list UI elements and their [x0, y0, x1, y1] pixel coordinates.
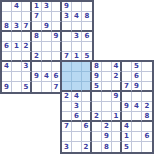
- g2-cell-r0c2[interactable]: [82, 62, 92, 72]
- g1-cell-r4c0[interactable]: 6: [2, 42, 12, 52]
- g2-cell-r1c8[interactable]: [142, 72, 152, 82]
- g1-cell-r1c1[interactable]: [12, 12, 22, 22]
- g2-cell-r8c7[interactable]: [132, 142, 142, 152]
- g1-cell-r2c1[interactable]: 3: [12, 22, 22, 32]
- g2-cell-r5c8[interactable]: 8: [142, 112, 152, 122]
- g2-cell-r8c2[interactable]: 2: [82, 142, 92, 152]
- g2-cell-r4c1[interactable]: 3: [72, 102, 82, 112]
- g1-cell-r4c7[interactable]: [72, 42, 82, 52]
- g2-cell-r5c4[interactable]: [102, 112, 112, 122]
- g2-cell-r2c8[interactable]: [142, 82, 152, 92]
- g2-cell-r0c0[interactable]: [62, 62, 72, 72]
- g1-cell-r8c4[interactable]: [42, 82, 52, 92]
- g2-cell-r7c5[interactable]: [112, 132, 122, 142]
- g2-cell-r7c7[interactable]: [132, 132, 142, 142]
- g1-cell-r7c3[interactable]: 9: [32, 72, 42, 82]
- g1-cell-r1c0[interactable]: [2, 12, 12, 22]
- g1-cell-r8c0[interactable]: 9: [2, 82, 12, 92]
- g2-cell-r0c7[interactable]: 5: [132, 62, 142, 72]
- g2-cell-r4c7[interactable]: 4: [132, 102, 142, 112]
- g2-cell-r7c2[interactable]: [82, 132, 92, 142]
- g1-cell-r3c8[interactable]: 6: [82, 32, 92, 42]
- g1-cell-r1c3[interactable]: 7: [32, 12, 42, 22]
- g2-cell-r0c4[interactable]: [102, 62, 112, 72]
- g2-cell-r2c5[interactable]: [112, 82, 122, 92]
- g1-cell-r1c6[interactable]: 3: [62, 12, 72, 22]
- g2-cell-r5c7[interactable]: [132, 112, 142, 122]
- g2-cell-r5c3[interactable]: 2: [92, 112, 102, 122]
- g2-cell-r0c6[interactable]: [122, 62, 132, 72]
- g1-cell-r0c0[interactable]: [2, 2, 12, 12]
- g1-cell-r4c8[interactable]: [82, 42, 92, 52]
- g2-cell-r6c1[interactable]: [72, 122, 82, 132]
- g1-cell-r2c7[interactable]: [72, 22, 82, 32]
- g1-cell-r0c2[interactable]: [22, 2, 32, 12]
- g1-cell-r0c5[interactable]: [52, 2, 62, 12]
- g1-cell-r1c7[interactable]: 4: [72, 12, 82, 22]
- sudoku-puzzle-page: 4139734883798936612271543946957 84592657…: [0, 0, 154, 154]
- g1-cell-r6c0[interactable]: 4: [2, 62, 12, 72]
- g2-cell-r8c4[interactable]: 8: [102, 142, 112, 152]
- g2-cell-r0c8[interactable]: [142, 62, 152, 72]
- sudoku-grid-bottom-right: 8459265792493942621876249163285: [60, 60, 154, 154]
- g1-cell-r0c1[interactable]: 4: [12, 2, 22, 12]
- g1-cell-r6c2[interactable]: 3: [22, 62, 32, 72]
- g1-cell-r3c7[interactable]: 3: [72, 32, 82, 42]
- g1-cell-r3c3[interactable]: 8: [32, 32, 42, 42]
- g2-cell-r3c0[interactable]: 2: [62, 92, 72, 102]
- g1-cell-r6c1[interactable]: [12, 62, 22, 72]
- g1-cell-r3c6[interactable]: [62, 32, 72, 42]
- g2-cell-r2c3[interactable]: 5: [92, 82, 102, 92]
- g2-cell-r2c7[interactable]: 9: [132, 82, 142, 92]
- g1-cell-r8c2[interactable]: 5: [22, 82, 32, 92]
- g1-cell-r0c7[interactable]: [72, 2, 82, 12]
- g1-cell-r4c5[interactable]: [52, 42, 62, 52]
- g1-cell-r7c0[interactable]: [2, 72, 12, 82]
- g1-cell-r7c1[interactable]: [12, 72, 22, 82]
- g1-cell-r2c0[interactable]: 8: [2, 22, 12, 32]
- g1-cell-r1c2[interactable]: [22, 12, 32, 22]
- g2-cell-r8c0[interactable]: 3: [62, 142, 72, 152]
- g1-cell-r1c4[interactable]: [42, 12, 52, 22]
- g2-cell-r2c2[interactable]: [82, 82, 92, 92]
- g2-cell-r3c6[interactable]: [122, 92, 132, 102]
- g2-cell-r8c3[interactable]: [92, 142, 102, 152]
- g1-cell-r3c2[interactable]: [22, 32, 32, 42]
- g2-cell-r6c7[interactable]: [132, 122, 142, 132]
- g1-cell-r1c5[interactable]: [52, 12, 62, 22]
- g1-cell-r0c6[interactable]: 9: [62, 2, 72, 12]
- g2-cell-r3c5[interactable]: 9: [112, 92, 122, 102]
- g1-cell-r5c0[interactable]: [2, 52, 12, 62]
- g2-cell-r6c5[interactable]: [112, 122, 122, 132]
- g1-cell-r2c5[interactable]: [52, 22, 62, 32]
- g1-cell-r4c2[interactable]: 2: [22, 42, 32, 52]
- g2-cell-r7c8[interactable]: 6: [142, 132, 152, 142]
- g1-cell-r2c4[interactable]: 9: [42, 22, 52, 32]
- g1-cell-r4c1[interactable]: 1: [12, 42, 22, 52]
- g2-cell-r8c5[interactable]: [112, 142, 122, 152]
- g1-cell-r2c6[interactable]: [62, 22, 72, 32]
- g2-cell-r6c2[interactable]: 6: [82, 122, 92, 132]
- g2-cell-r0c1[interactable]: [72, 62, 82, 72]
- g1-cell-r5c4[interactable]: [42, 52, 52, 62]
- g2-cell-r6c3[interactable]: [92, 122, 102, 132]
- g2-cell-r6c6[interactable]: 4: [122, 122, 132, 132]
- g2-cell-r8c6[interactable]: 5: [122, 142, 132, 152]
- g2-cell-r1c6[interactable]: [122, 72, 132, 82]
- g2-cell-r1c0[interactable]: [62, 72, 72, 82]
- g2-cell-r4c3[interactable]: [92, 102, 102, 112]
- g2-cell-r1c5[interactable]: 2: [112, 72, 122, 82]
- g2-cell-r7c3[interactable]: [92, 132, 102, 142]
- g2-cell-r8c1[interactable]: [72, 142, 82, 152]
- g1-cell-r8c3[interactable]: [32, 82, 42, 92]
- g1-cell-r0c8[interactable]: [82, 2, 92, 12]
- g2-cell-r1c2[interactable]: [82, 72, 92, 82]
- g2-cell-r4c6[interactable]: 9: [122, 102, 132, 112]
- g2-cell-r4c5[interactable]: [112, 102, 122, 112]
- g1-cell-r6c3[interactable]: [32, 62, 42, 72]
- g1-cell-r6c4[interactable]: [42, 62, 52, 72]
- g2-cell-r5c5[interactable]: 1: [112, 112, 122, 122]
- g1-cell-r3c1[interactable]: [12, 32, 22, 42]
- g1-cell-r4c6[interactable]: [62, 42, 72, 52]
- g1-cell-r3c0[interactable]: [2, 32, 12, 42]
- g2-cell-r7c1[interactable]: [72, 132, 82, 142]
- g2-cell-r3c7[interactable]: [132, 92, 142, 102]
- g1-cell-r5c3[interactable]: 2: [32, 52, 42, 62]
- g1-cell-r0c4[interactable]: 3: [42, 2, 52, 12]
- g2-cell-r8c8[interactable]: [142, 142, 152, 152]
- g2-cell-r1c3[interactable]: 9: [92, 72, 102, 82]
- g2-cell-r3c8[interactable]: [142, 92, 152, 102]
- g1-cell-r3c4[interactable]: [42, 32, 52, 42]
- g1-cell-r4c4[interactable]: [42, 42, 52, 52]
- g2-cell-r2c6[interactable]: 7: [122, 82, 132, 92]
- g1-cell-r8c1[interactable]: [12, 82, 22, 92]
- g1-cell-r3c5[interactable]: 9: [52, 32, 62, 42]
- g2-cell-r5c6[interactable]: [122, 112, 132, 122]
- g2-cell-r7c4[interactable]: 9: [102, 132, 112, 142]
- g2-cell-r6c8[interactable]: [142, 122, 152, 132]
- g2-cell-r2c1[interactable]: [72, 82, 82, 92]
- g1-cell-r0c3[interactable]: 1: [32, 2, 42, 12]
- g2-cell-r2c0[interactable]: [62, 82, 72, 92]
- g1-cell-r1c8[interactable]: 8: [82, 12, 92, 22]
- g2-cell-r6c4[interactable]: 2: [102, 122, 112, 132]
- g1-cell-r5c2[interactable]: [22, 52, 32, 62]
- g2-cell-r7c6[interactable]: 1: [122, 132, 132, 142]
- g2-cell-r1c7[interactable]: 6: [132, 72, 142, 82]
- g1-cell-r2c8[interactable]: [82, 22, 92, 32]
- g2-cell-r5c2[interactable]: [82, 112, 92, 122]
- g2-cell-r1c4[interactable]: [102, 72, 112, 82]
- g2-cell-r4c4[interactable]: [102, 102, 112, 112]
- g2-cell-r3c4[interactable]: [102, 92, 112, 102]
- g2-cell-r6c0[interactable]: 7: [62, 122, 72, 132]
- g1-cell-r7c4[interactable]: 4: [42, 72, 52, 82]
- g2-cell-r0c5[interactable]: 4: [112, 62, 122, 72]
- g2-cell-r1c1[interactable]: [72, 72, 82, 82]
- g2-cell-r4c0[interactable]: [62, 102, 72, 112]
- g2-cell-r3c3[interactable]: [92, 92, 102, 102]
- g1-cell-r4c3[interactable]: [32, 42, 42, 52]
- g1-cell-r2c2[interactable]: 7: [22, 22, 32, 32]
- g2-cell-r5c0[interactable]: [62, 112, 72, 122]
- g2-cell-r4c2[interactable]: [82, 102, 92, 112]
- g1-cell-r7c2[interactable]: [22, 72, 32, 82]
- g2-cell-r3c2[interactable]: [82, 92, 92, 102]
- g2-cell-r0c3[interactable]: 8: [92, 62, 102, 72]
- g2-cell-r5c1[interactable]: 6: [72, 112, 82, 122]
- g2-cell-r7c0[interactable]: [62, 132, 72, 142]
- g1-cell-r5c1[interactable]: [12, 52, 22, 62]
- g1-cell-r2c3[interactable]: [32, 22, 42, 32]
- g2-cell-r3c1[interactable]: 4: [72, 92, 82, 102]
- g2-cell-r4c8[interactable]: 2: [142, 102, 152, 112]
- g2-cell-r2c4[interactable]: [102, 82, 112, 92]
